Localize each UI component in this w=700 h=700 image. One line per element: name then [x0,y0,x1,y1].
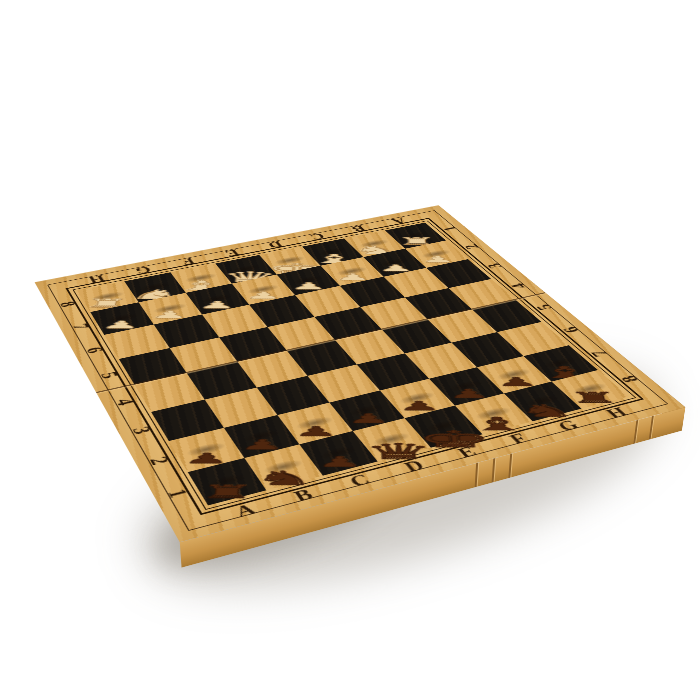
square-a5 [119,348,187,385]
side-groove [474,463,478,488]
chessboard: ♜♞♝♛♚♝♞♜♟♟♟♟♟♟♟♟♟♟♟♟♟♟♟♝♜♞♟♛♚♝♞♜ AH18BG2… [35,205,686,542]
chess-piece-glyph: ♟ [239,438,285,451]
rank-label-left-6: 6 [79,345,107,355]
side-groove [508,453,512,478]
rank-label-left-2: 2 [142,455,173,468]
piece-contact-shadow [396,390,438,406]
chess-piece-glyph: ♞ [253,469,315,488]
piece-contact-shadow [446,378,487,394]
side-groove [649,416,654,440]
piece-contact-shadow [569,381,610,397]
chess-piece-glyph: ♟ [346,412,390,425]
piece-contact-shadow [540,356,580,371]
square-d2: ♟ [329,390,404,431]
file-label-near-H: H [601,404,632,422]
chess-piece-glyph: ♟ [495,376,539,388]
file-label-near-E: E [453,443,481,462]
square-a3 [151,400,224,441]
chess-piece-glyph: ♟ [317,455,363,469]
square-e1: ♚ [405,406,483,448]
file-label-near-G: G [553,416,584,434]
rank-label-right-7: 7 [585,348,613,358]
square-b4 [187,362,257,400]
rank-label-right-8: 8 [615,373,644,384]
piece-contact-shadow [494,367,535,382]
file-label-near-C: C [345,470,374,490]
square-c3 [257,376,330,415]
product-photo-canvas: ♜♞♝♛♚♝♞♜♟♟♟♟♟♟♟♟♟♟♟♟♟♟♟♝♜♞♟♛♚♝♞♜ AH18BG2… [0,0,700,700]
piece-contact-shadow [239,427,283,445]
piece-contact-shadow [184,440,228,458]
square-b3 [205,388,278,428]
square-b2: ♟ [224,415,299,458]
chess-piece-glyph: ♞ [516,403,576,419]
square-d4 [287,340,357,376]
square-c4 [237,351,307,388]
rank-label-left-4: 4 [109,397,138,409]
piece-contact-shadow [204,471,250,491]
piece-contact-shadow [521,393,563,409]
chess-piece-glyph: ♛ [364,441,435,462]
chess-piece-glyph: ♝ [535,365,595,380]
square-c2: ♟ [277,403,352,445]
piece-contact-shadow [293,414,336,431]
file-label-near-F: F [505,429,532,447]
piece-contact-shadow [370,430,414,448]
square-d3 [307,364,379,402]
rank-label-left-5: 5 [94,370,123,381]
square-f2: ♟ [429,367,504,405]
rank-label-left-1: 1 [161,487,194,501]
square-a4 [134,373,204,412]
piece-contact-shadow [261,457,306,476]
file-label-near-D: D [399,456,428,476]
piece-contact-shadow [472,405,514,422]
piece-contact-shadow [316,444,360,462]
square-f3 [405,343,477,379]
square-b5 [170,337,238,373]
square-h2: ♝ [523,345,597,381]
square-f1: ♝ [455,393,533,434]
file-label-near-A: A [231,499,260,520]
chess-piece-glyph: ♝ [467,415,530,432]
chess-piece-glyph: ♟ [447,388,491,400]
square-a2: ♟ [169,428,245,472]
square-a1: ♜ [188,458,267,505]
square-c1: ♟ [299,431,377,476]
side-groove [491,458,495,483]
square-d1: ♛ [353,418,431,461]
chess-piece-glyph: ♜ [567,391,621,405]
piece-contact-shadow [345,402,387,419]
square-e3 [357,353,429,390]
square-h1: ♜ [552,370,629,409]
side-groove [633,420,638,444]
square-e2: ♟ [380,379,455,418]
rank-label-left-3: 3 [125,425,155,438]
square-g1: ♞ [504,382,581,422]
chess-piece-glyph: ♟ [397,400,441,412]
piece-contact-shadow [422,418,465,435]
square-g2: ♟ [477,356,552,393]
square-b1: ♞ [244,444,322,490]
chess-piece-glyph: ♟ [183,451,230,465]
file-label-near-B: B [290,485,318,505]
chess-piece-glyph: ♜ [198,483,255,500]
chess-piece-glyph: ♟ [293,425,337,438]
chess-piece-glyph: ♚ [416,428,493,450]
board-frame: ♜♞♝♛♚♝♞♜♟♟♟♟♟♟♟♟♟♟♟♟♟♟♟♝♜♞♟♛♚♝♞♜ AH18BG2… [35,205,686,542]
